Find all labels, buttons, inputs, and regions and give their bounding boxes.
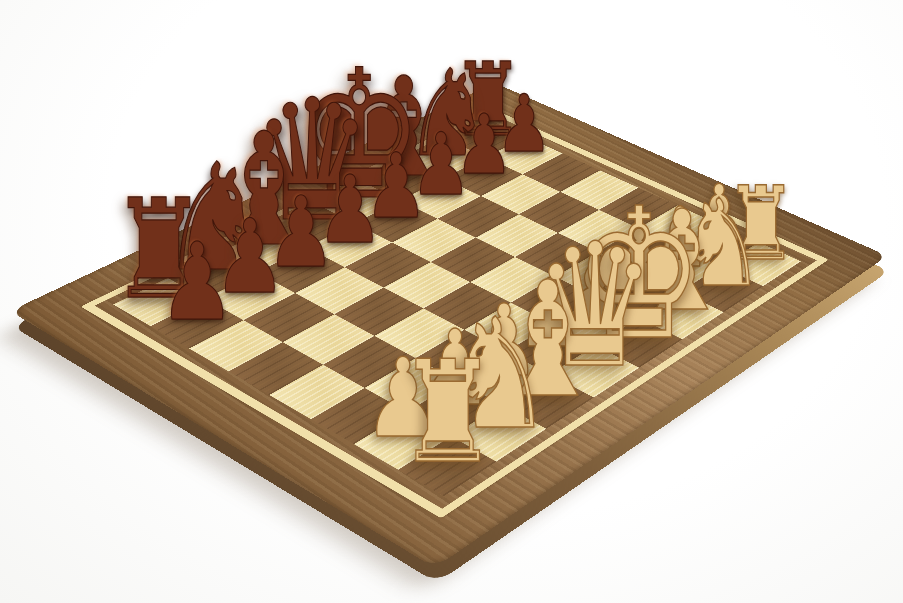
chessboard xyxy=(10,83,888,568)
scene: ♜♞♝♛♚♝♞♜♟♟♟♟♟♟♟♟♟♟♟♟♟♟♟♟♜♞♝♛♚♝♞♜ xyxy=(0,0,903,603)
